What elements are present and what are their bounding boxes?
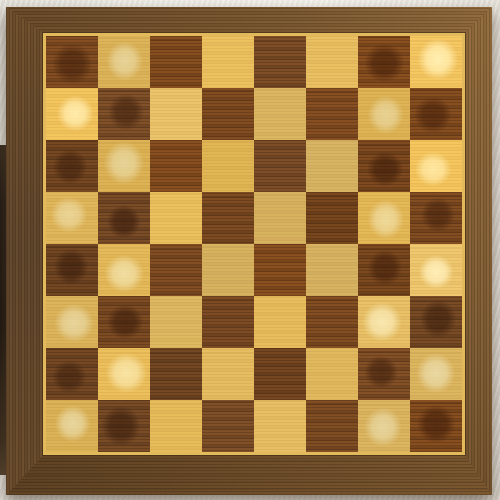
square-h8 bbox=[410, 36, 462, 88]
square-b3 bbox=[98, 296, 150, 348]
square-h3 bbox=[410, 296, 462, 348]
square-e3 bbox=[254, 296, 306, 348]
piece-imprint-dark bbox=[50, 41, 94, 86]
piece-imprint-dark bbox=[100, 404, 143, 448]
square-a5 bbox=[46, 192, 98, 244]
square-d3 bbox=[202, 296, 254, 348]
playing-area bbox=[43, 33, 465, 455]
piece-imprint-dark bbox=[418, 298, 458, 340]
square-d5 bbox=[202, 192, 254, 244]
piece-imprint-dark bbox=[365, 150, 405, 188]
square-g3 bbox=[358, 296, 410, 348]
square-e2 bbox=[254, 348, 306, 400]
square-g7 bbox=[358, 88, 410, 140]
square-f6 bbox=[306, 140, 358, 192]
square-c3 bbox=[150, 296, 202, 348]
square-h1 bbox=[410, 400, 462, 452]
square-e4 bbox=[254, 244, 306, 296]
square-g4 bbox=[358, 244, 410, 296]
piece-imprint-light bbox=[102, 253, 145, 295]
square-a2 bbox=[46, 348, 98, 400]
square-d2 bbox=[202, 348, 254, 400]
square-e6 bbox=[254, 140, 306, 192]
piece-imprint-dark bbox=[420, 196, 457, 234]
square-c2 bbox=[150, 348, 202, 400]
square-a3 bbox=[46, 296, 98, 348]
square-c5 bbox=[150, 192, 202, 244]
piece-imprint-dark bbox=[51, 147, 89, 187]
square-d6 bbox=[202, 140, 254, 192]
square-d1 bbox=[202, 400, 254, 452]
square-b8 bbox=[98, 36, 150, 88]
square-h7 bbox=[410, 88, 462, 140]
piece-imprint-light bbox=[49, 195, 89, 235]
square-b6 bbox=[98, 140, 150, 192]
square-c8 bbox=[150, 36, 202, 88]
square-h6 bbox=[410, 140, 462, 192]
piece-imprint-light bbox=[366, 198, 406, 240]
square-h5 bbox=[410, 192, 462, 244]
piece-imprint-dark bbox=[362, 42, 405, 84]
square-b4 bbox=[98, 244, 150, 296]
square-h2 bbox=[410, 348, 462, 400]
piece-imprint-dark bbox=[366, 248, 404, 287]
piece-imprint-dark bbox=[363, 354, 400, 390]
chessboard bbox=[6, 7, 492, 495]
piece-imprint-dark bbox=[105, 303, 145, 341]
square-d4 bbox=[202, 244, 254, 296]
piece-imprint-light bbox=[361, 300, 404, 343]
board-frame-bottom bbox=[6, 455, 492, 495]
square-b1 bbox=[98, 400, 150, 452]
square-d8 bbox=[202, 36, 254, 88]
square-f3 bbox=[306, 296, 358, 348]
square-b7 bbox=[98, 88, 150, 140]
square-g2 bbox=[358, 348, 410, 400]
piece-imprint-dark bbox=[415, 403, 457, 445]
board-frame-top bbox=[6, 7, 492, 33]
board-frame-left bbox=[6, 7, 43, 495]
square-b2 bbox=[98, 348, 150, 400]
square-e7 bbox=[254, 88, 306, 140]
square-a4 bbox=[46, 244, 98, 296]
square-c7 bbox=[150, 88, 202, 140]
square-g1 bbox=[358, 400, 410, 452]
square-g8 bbox=[358, 36, 410, 88]
square-a6 bbox=[46, 140, 98, 192]
piece-imprint-light bbox=[415, 37, 459, 82]
square-c6 bbox=[150, 140, 202, 192]
piece-imprint-dark bbox=[105, 203, 142, 241]
square-d7 bbox=[202, 88, 254, 140]
piece-imprint-light bbox=[102, 140, 146, 186]
square-e1 bbox=[254, 400, 306, 452]
piece-imprint-light bbox=[413, 150, 453, 188]
square-a7 bbox=[46, 88, 98, 140]
piece-imprint-light bbox=[55, 94, 95, 132]
square-f5 bbox=[306, 192, 358, 244]
board-frame-right bbox=[465, 7, 492, 495]
square-f4 bbox=[306, 244, 358, 296]
piece-imprint-dark bbox=[50, 358, 88, 395]
square-g6 bbox=[358, 140, 410, 192]
square-b5 bbox=[98, 192, 150, 244]
piece-imprint-dark bbox=[52, 247, 90, 287]
piece-imprint-light bbox=[104, 351, 148, 395]
piece-imprint-light bbox=[414, 351, 457, 395]
square-e5 bbox=[254, 192, 306, 244]
piece-imprint-light bbox=[417, 253, 455, 290]
square-a1 bbox=[46, 400, 98, 452]
square-f8 bbox=[306, 36, 358, 88]
piece-imprint-light bbox=[366, 94, 406, 136]
square-g5 bbox=[358, 192, 410, 244]
piece-imprint-dark bbox=[413, 95, 454, 135]
square-e8 bbox=[254, 36, 306, 88]
square-c1 bbox=[150, 400, 202, 452]
square-f2 bbox=[306, 348, 358, 400]
square-a8 bbox=[46, 36, 98, 88]
piece-imprint-light bbox=[362, 406, 403, 449]
square-h4 bbox=[410, 244, 462, 296]
square-f1 bbox=[306, 400, 358, 452]
piece-imprint-light bbox=[53, 403, 93, 444]
piece-imprint-dark bbox=[107, 92, 146, 132]
piece-imprint-light bbox=[52, 302, 95, 344]
square-f7 bbox=[306, 88, 358, 140]
square-c4 bbox=[150, 244, 202, 296]
piece-imprint-light bbox=[104, 40, 145, 83]
